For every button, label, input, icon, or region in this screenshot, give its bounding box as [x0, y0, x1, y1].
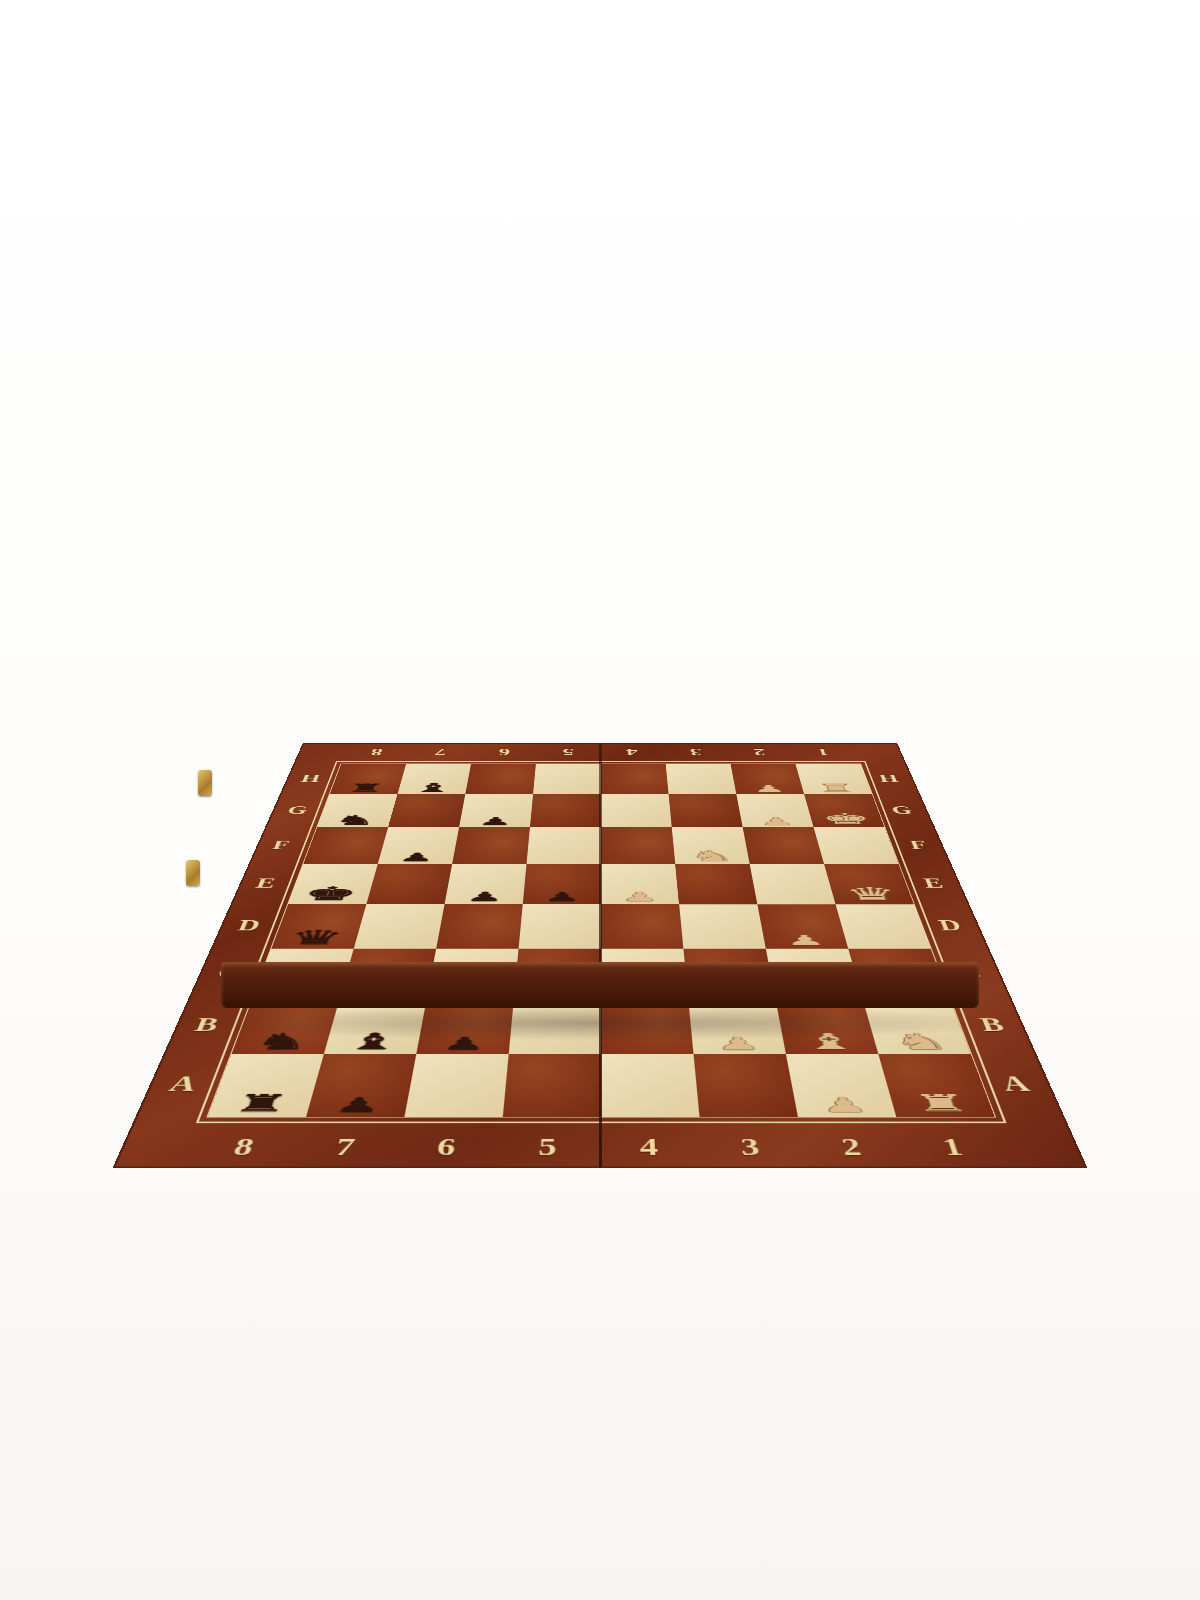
coordinate-label-6-top: 6	[497, 746, 511, 758]
square-d4[interactable]	[601, 904, 683, 949]
coordinate-label-h-right: H	[877, 772, 902, 784]
square-g7[interactable]	[388, 794, 465, 827]
coordinate-label-h-left: H	[299, 772, 324, 784]
square-h3[interactable]	[666, 764, 737, 794]
chessboard-scene: ♜♝♟♜♞♟♟♚♟♞♚♟♟♟♛♛♟♟♝♟♞♝♟♟♝♞♜♟♟♜ 876543218…	[0, 470, 1200, 1170]
square-f8[interactable]	[303, 827, 388, 863]
piece-white-rook[interactable]: ♜	[889, 1092, 993, 1114]
piece-black-king[interactable]: ♚	[289, 885, 372, 902]
coordinate-label-7-top: 7	[432, 746, 447, 758]
square-e5[interactable]: ♟	[523, 864, 601, 904]
square-h4[interactable]	[601, 764, 669, 794]
square-f4[interactable]	[601, 827, 675, 863]
square-d1[interactable]	[836, 904, 931, 949]
square-h6[interactable]	[465, 764, 536, 794]
square-h2[interactable]: ♟	[731, 764, 805, 794]
square-d5[interactable]	[519, 904, 601, 949]
coordinate-label-4-bottom: 4	[639, 1132, 660, 1161]
coordinate-label-6-bottom: 6	[435, 1132, 459, 1161]
square-g6[interactable]: ♟	[459, 794, 533, 827]
piece-black-pawn[interactable]: ♟	[523, 891, 601, 903]
coordinate-label-d-left: D	[235, 916, 264, 934]
square-a6[interactable]	[404, 1054, 508, 1117]
square-e3[interactable]	[675, 864, 757, 904]
square-a3[interactable]	[694, 1054, 798, 1117]
coordinate-label-1-bottom: 1	[939, 1132, 968, 1161]
piece-white-rook[interactable]: ♜	[801, 783, 872, 794]
square-a2[interactable]: ♟	[786, 1054, 896, 1117]
coordinate-label-3-bottom: 3	[739, 1132, 763, 1161]
brass-clasp-icon	[198, 770, 212, 796]
board-playing-area: ♜♝♟♜♞♟♟♚♟♞♚♟♟♟♛♛♟♟♝♟♞♝♟♟♝♞♜♟♟♜	[206, 764, 996, 1118]
square-a1[interactable]: ♜	[878, 1054, 994, 1117]
square-f1[interactable]	[814, 827, 899, 863]
piece-black-rook[interactable]: ♜	[209, 1092, 313, 1114]
coordinate-label-e-left: E	[253, 874, 279, 890]
coordinate-label-g-right: G	[889, 803, 915, 817]
square-e8[interactable]: ♚	[288, 864, 378, 904]
square-h5[interactable]	[533, 764, 601, 794]
square-f7[interactable]: ♟	[378, 827, 459, 863]
square-g2[interactable]: ♟	[736, 794, 813, 827]
coordinate-label-d-right: D	[936, 916, 965, 934]
square-f5[interactable]	[527, 827, 601, 863]
square-d8[interactable]: ♛	[271, 904, 366, 949]
coordinate-label-2-bottom: 2	[839, 1132, 865, 1161]
square-d3[interactable]	[679, 904, 766, 949]
square-e2[interactable]	[750, 864, 836, 904]
folding-chessboard: ♜♝♟♜♞♟♟♚♟♞♚♟♟♟♛♛♟♟♝♟♞♝♟♟♝♞♜♟♟♜ 876543218…	[116, 744, 1085, 1167]
piece-white-pawn[interactable]: ♟	[734, 784, 803, 793]
coordinate-label-5-bottom: 5	[538, 1132, 559, 1161]
square-h7[interactable]: ♝	[397, 764, 471, 794]
board-frame: ♜♝♟♜♞♟♟♚♟♞♚♟♟♟♛♛♟♟♝♟♞♝♟♟♝♞♜♟♟♜ 876543218…	[116, 744, 1085, 1167]
square-e1[interactable]: ♛	[824, 864, 914, 904]
square-g4[interactable]	[601, 794, 672, 827]
coordinate-label-8-bottom: 8	[230, 1132, 259, 1161]
coordinate-label-e-right: E	[921, 874, 947, 890]
square-h1[interactable]: ♜	[795, 764, 871, 794]
piece-black-knight[interactable]: ♞	[318, 814, 392, 827]
piece-white-queen[interactable]: ♛	[830, 886, 913, 903]
square-a4[interactable]	[601, 1054, 699, 1117]
coordinate-label-4-top: 4	[625, 746, 638, 758]
piece-black-pawn[interactable]: ♟	[445, 891, 524, 903]
coordinate-label-a-left: A	[166, 1070, 203, 1096]
coordinate-label-g-left: G	[285, 803, 311, 817]
piece-black-rook[interactable]: ♜	[330, 783, 401, 794]
square-d2[interactable]: ♟	[757, 904, 848, 949]
piece-black-pawn[interactable]: ♟	[378, 852, 454, 863]
product-photo-background: ♜♝♟♜♞♟♟♚♟♞♚♟♟♟♛♛♟♟♝♟♞♝♟♟♝♞♜♟♟♜ 876543218…	[0, 0, 1200, 1600]
square-e4[interactable]: ♟	[601, 864, 679, 904]
square-e6[interactable]: ♟	[445, 864, 527, 904]
piece-black-pawn[interactable]: ♟	[459, 816, 531, 826]
coordinate-label-1-top: 1	[814, 746, 830, 758]
box-front-edge	[221, 962, 979, 1008]
square-e7[interactable]	[366, 864, 452, 904]
square-a7[interactable]: ♟	[306, 1054, 416, 1117]
coordinate-label-3-top: 3	[688, 746, 702, 758]
square-h8[interactable]: ♜	[330, 764, 406, 794]
coordinate-label-a-right: A	[998, 1070, 1035, 1096]
square-g3[interactable]	[669, 794, 743, 827]
square-g1[interactable]: ♚	[804, 794, 884, 827]
square-d6[interactable]	[436, 904, 523, 949]
piece-black-pawn[interactable]: ♟	[307, 1096, 409, 1115]
square-a5[interactable]	[503, 1054, 601, 1117]
piece-black-queen[interactable]: ♛	[272, 928, 360, 947]
coordinate-label-2-top: 2	[751, 746, 766, 758]
piece-white-pawn[interactable]: ♟	[601, 891, 679, 903]
square-g8[interactable]: ♞	[317, 794, 397, 827]
coordinate-label-7-bottom: 7	[332, 1132, 358, 1161]
square-a8[interactable]: ♜	[208, 1054, 324, 1117]
square-f2[interactable]	[743, 827, 824, 863]
piece-white-king[interactable]: ♚	[809, 812, 884, 826]
square-g5[interactable]	[530, 794, 601, 827]
piece-white-knight[interactable]: ♞	[674, 849, 750, 863]
coordinate-label-f-left: F	[270, 837, 293, 852]
coordinate-label-f-right: F	[907, 837, 930, 852]
piece-white-pawn[interactable]: ♟	[794, 1096, 896, 1115]
coordinate-label-8-top: 8	[368, 746, 384, 758]
square-d7[interactable]	[354, 904, 445, 949]
piece-white-pawn[interactable]: ♟	[741, 816, 814, 826]
coordinate-label-5-top: 5	[561, 746, 574, 758]
brass-clasp-icon	[186, 860, 200, 886]
piece-white-pawn[interactable]: ♟	[763, 934, 848, 947]
square-f3[interactable]: ♞	[672, 827, 750, 863]
board-shadow	[190, 1006, 1010, 1040]
piece-black-bishop[interactable]: ♝	[398, 782, 468, 793]
square-f6[interactable]	[452, 827, 530, 863]
